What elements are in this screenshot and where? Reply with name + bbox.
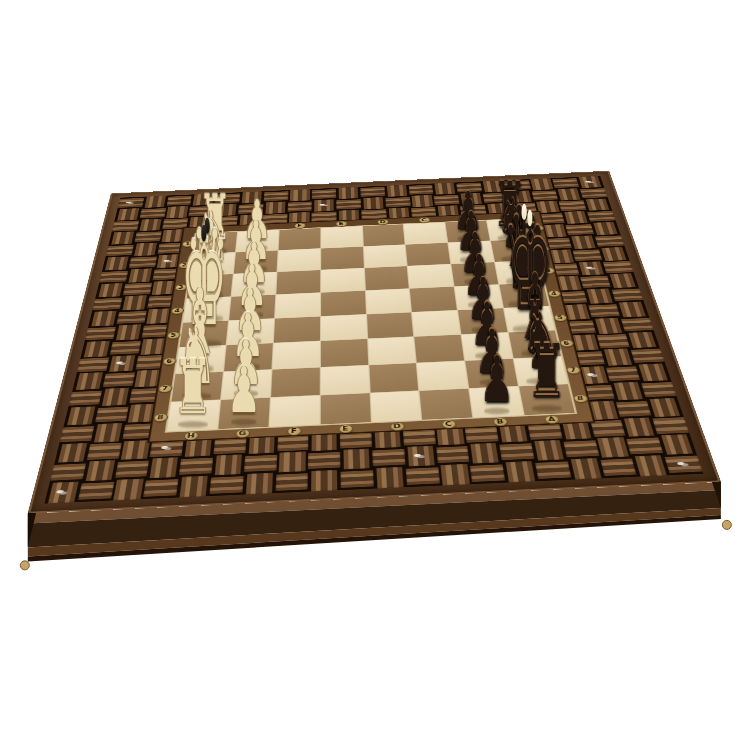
black-pawn[interactable]: ♟ xyxy=(480,348,514,411)
white-pawn[interactable]: ♟ xyxy=(227,359,261,422)
ivory-finial xyxy=(527,210,532,227)
black-finial xyxy=(201,225,206,242)
black-rook[interactable]: ♜ xyxy=(527,334,566,408)
product-photo-scene: HHGGFFEEDDCCBBAA1122334455667788 ♜♟♟♜♞♟♟… xyxy=(0,0,750,750)
white-rook[interactable]: ♜ xyxy=(174,351,213,425)
pieces-layer: ♜♟♟♜♞♟♟♞♝♟♟♝♛♟♟♛♚♟♟♚♝♟♟♝♞♟♟♞♜♟♟♜ xyxy=(0,0,750,750)
